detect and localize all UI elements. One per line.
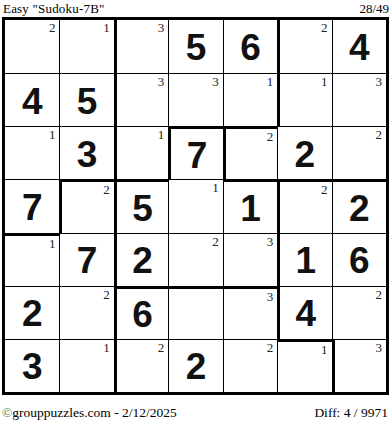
pencil-mark: 2 xyxy=(103,287,110,302)
pencil-mark: 2 xyxy=(49,20,56,35)
given-digit: 2 xyxy=(132,242,153,279)
cell-r5c5[interactable]: 3 xyxy=(223,233,277,286)
cell-r5c3[interactable]: 2 xyxy=(114,233,168,286)
pencil-mark: 2 xyxy=(212,234,219,249)
cell-r5c6[interactable]: 1 xyxy=(277,233,331,286)
pencil-mark: 3 xyxy=(212,74,219,89)
cell-r3c6[interactable]: 2 xyxy=(277,126,331,179)
given-digit: 5 xyxy=(132,190,153,227)
given-digit: 6 xyxy=(349,242,370,279)
pencil-mark: 1 xyxy=(321,342,328,357)
pencil-mark: 3 xyxy=(375,340,382,355)
given-digit: 5 xyxy=(186,29,207,66)
cell-r7c7[interactable]: 3 xyxy=(332,339,386,392)
cell-r5c1[interactable]: 1 xyxy=(5,233,59,286)
cell-r4c6[interactable]: 2 xyxy=(277,179,331,232)
cell-r2c5[interactable]: 1 xyxy=(223,73,277,126)
pencil-mark: 1 xyxy=(212,180,219,195)
cell-r7c2[interactable]: 1 xyxy=(59,339,113,392)
pencil-mark: 2 xyxy=(375,287,382,302)
pencil-mark: 2 xyxy=(321,182,328,197)
cell-r3c1[interactable]: 1 xyxy=(5,126,59,179)
given-digit: 4 xyxy=(22,83,43,120)
puzzle-title: Easy "Sudoku-7B" xyxy=(3,1,105,17)
given-digit: 4 xyxy=(296,295,317,332)
given-digit: 5 xyxy=(77,83,98,120)
cell-r7c6[interactable]: 1 xyxy=(277,339,331,392)
cell-r5c7[interactable]: 6 xyxy=(332,233,386,286)
cell-r3c4[interactable]: 7 xyxy=(168,126,222,179)
cell-r7c5[interactable]: 2 xyxy=(223,339,277,392)
cell-r4c4[interactable]: 1 xyxy=(168,179,222,232)
given-digit: 7 xyxy=(187,137,208,174)
cell-r1c3[interactable]: 3 xyxy=(114,20,168,73)
copyright-symbol: © xyxy=(2,405,12,420)
cell-r6c3[interactable]: 6 xyxy=(114,286,168,339)
cell-r2c6[interactable]: 1 xyxy=(277,73,331,126)
given-digit: 1 xyxy=(240,190,261,227)
cell-r1c4[interactable]: 5 xyxy=(168,20,222,73)
cell-r2c3[interactable]: 3 xyxy=(114,73,168,126)
pencil-mark: 2 xyxy=(103,182,110,197)
pencil-mark: 2 xyxy=(158,340,165,355)
cell-r6c6[interactable]: 4 xyxy=(277,286,331,339)
given-digit: 3 xyxy=(22,348,43,385)
footer: ©grouppuzzles.com - 2/12/2025 Diff: 4 / … xyxy=(0,405,391,421)
pencil-mark: 1 xyxy=(321,74,328,89)
cell-r4c7[interactable]: 2 xyxy=(332,179,386,232)
pencil-mark: 2 xyxy=(375,127,382,142)
pencil-mark: 1 xyxy=(49,127,56,142)
given-digit: 1 xyxy=(296,242,317,279)
given-digit: 3 xyxy=(77,136,98,173)
pencil-mark: 3 xyxy=(158,20,165,35)
pencil-mark: 2 xyxy=(267,340,274,355)
pencil-mark: 3 xyxy=(158,74,165,89)
cell-r4c2[interactable]: 2 xyxy=(59,179,113,232)
cell-r3c3[interactable]: 1 xyxy=(114,126,168,179)
cell-r1c6[interactable]: 2 xyxy=(277,20,331,73)
given-digit: 6 xyxy=(240,29,261,66)
cell-r2c2[interactable]: 5 xyxy=(59,73,113,126)
given-digit: 4 xyxy=(349,29,370,66)
cell-r7c4[interactable]: 2 xyxy=(168,339,222,392)
cell-r3c2[interactable]: 3 xyxy=(59,126,113,179)
cell-r1c1[interactable]: 2 xyxy=(5,20,59,73)
cell-r6c1[interactable]: 2 xyxy=(5,286,59,339)
pencil-mark: 3 xyxy=(267,234,274,249)
cell-r2c1[interactable]: 4 xyxy=(5,73,59,126)
difficulty-label: Diff: 4 / 9971 xyxy=(314,405,388,421)
pencil-mark: 3 xyxy=(375,74,382,89)
cell-r3c5[interactable]: 2 xyxy=(223,126,277,179)
given-digit: 2 xyxy=(349,190,370,227)
pencil-mark: 3 xyxy=(267,289,274,304)
given-digit: 6 xyxy=(132,296,153,333)
cell-r6c5[interactable]: 3 xyxy=(223,286,277,339)
cell-r4c1[interactable]: 7 xyxy=(5,179,59,232)
cell-r5c2[interactable]: 7 xyxy=(59,233,113,286)
given-digit: 2 xyxy=(22,295,43,332)
cell-r5c4[interactable]: 2 xyxy=(168,233,222,286)
sudoku-grid: 2135624453311313172227251122172231622634… xyxy=(2,17,389,395)
pencil-mark: 1 xyxy=(103,20,110,35)
cell-r6c2[interactable]: 2 xyxy=(59,286,113,339)
cell-r1c5[interactable]: 6 xyxy=(223,20,277,73)
given-digit: 7 xyxy=(22,189,43,226)
pencil-mark: 1 xyxy=(49,236,56,251)
pencil-mark: 2 xyxy=(267,129,274,144)
given-digit: 2 xyxy=(295,136,316,173)
given-digit: 7 xyxy=(77,242,98,279)
header: Easy "Sudoku-7B" 28/49 xyxy=(0,0,391,17)
copyright-text: ©grouppuzzles.com - 2/12/2025 xyxy=(2,405,177,421)
cell-r1c2[interactable]: 1 xyxy=(59,20,113,73)
cell-r4c3[interactable]: 5 xyxy=(114,179,168,232)
cell-r6c4[interactable] xyxy=(168,286,222,339)
pencil-mark: 1 xyxy=(103,340,110,355)
cell-r2c7[interactable]: 3 xyxy=(332,73,386,126)
cell-r4c5[interactable]: 1 xyxy=(223,179,277,232)
cell-r7c3[interactable]: 2 xyxy=(114,339,168,392)
pencil-mark: 2 xyxy=(321,20,328,35)
cell-r6c7[interactable]: 2 xyxy=(332,286,386,339)
progress-counter: 28/49 xyxy=(359,1,389,17)
cell-r1c7[interactable]: 4 xyxy=(332,20,386,73)
cell-r3c7[interactable]: 2 xyxy=(332,126,386,179)
pencil-mark: 1 xyxy=(158,127,165,142)
pencil-mark: 1 xyxy=(267,74,274,89)
given-digit: 2 xyxy=(186,348,207,385)
cell-r7c1[interactable]: 3 xyxy=(5,339,59,392)
cell-r2c4[interactable]: 3 xyxy=(168,73,222,126)
